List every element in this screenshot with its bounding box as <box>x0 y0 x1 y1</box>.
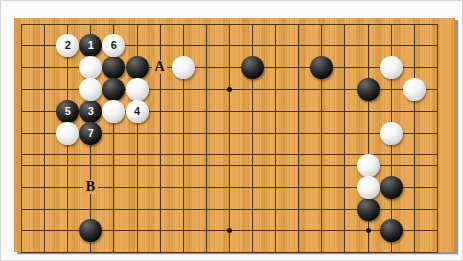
grid-line-horizontal <box>21 24 438 25</box>
black-stone-move-3: 3 <box>79 100 102 123</box>
white-stone <box>357 176 380 199</box>
grid-line-vertical <box>206 24 207 254</box>
black-stone <box>357 198 380 221</box>
grid-line-vertical <box>344 24 345 254</box>
star-point <box>227 87 232 92</box>
grid-line-vertical <box>414 24 415 254</box>
star-point <box>366 228 371 233</box>
white-stone <box>357 154 380 177</box>
white-stone <box>126 78 149 101</box>
white-stone <box>380 56 403 79</box>
white-stone <box>102 100 125 123</box>
black-stone <box>310 56 333 79</box>
star-point <box>227 228 232 233</box>
go-board[interactable]: 1537264AB <box>14 18 455 252</box>
grid-line-vertical <box>437 24 438 254</box>
grid-line-vertical <box>160 24 161 254</box>
point-label-b: B <box>83 180 98 194</box>
grid-line-vertical <box>229 24 230 254</box>
grid-line-vertical <box>44 24 45 254</box>
white-stone <box>79 56 102 79</box>
black-stone-move-7: 7 <box>79 122 102 145</box>
white-stone-move-4: 4 <box>126 100 149 123</box>
white-stone-move-6: 6 <box>102 34 125 57</box>
white-stone <box>56 122 79 145</box>
black-stone-move-5: 5 <box>56 100 79 123</box>
black-stone <box>102 78 125 101</box>
white-stone <box>403 78 426 101</box>
grid-line-vertical <box>275 24 276 254</box>
black-stone <box>241 56 264 79</box>
white-stone <box>172 56 195 79</box>
diagram-page: 1537264AB <box>0 0 463 261</box>
grid-line-horizontal <box>21 252 438 253</box>
black-stone <box>380 219 403 242</box>
grid-line-vertical <box>298 24 299 254</box>
grid-line-vertical <box>21 24 22 254</box>
black-stone-move-1: 1 <box>79 34 102 57</box>
point-label-a: A <box>152 60 167 74</box>
black-stone <box>126 56 149 79</box>
grid-line-horizontal <box>21 154 438 155</box>
black-stone <box>102 56 125 79</box>
black-stone <box>357 78 380 101</box>
white-stone <box>79 78 102 101</box>
white-stone <box>380 122 403 145</box>
white-stone-move-2: 2 <box>56 34 79 57</box>
black-stone <box>79 219 102 242</box>
black-stone <box>380 176 403 199</box>
